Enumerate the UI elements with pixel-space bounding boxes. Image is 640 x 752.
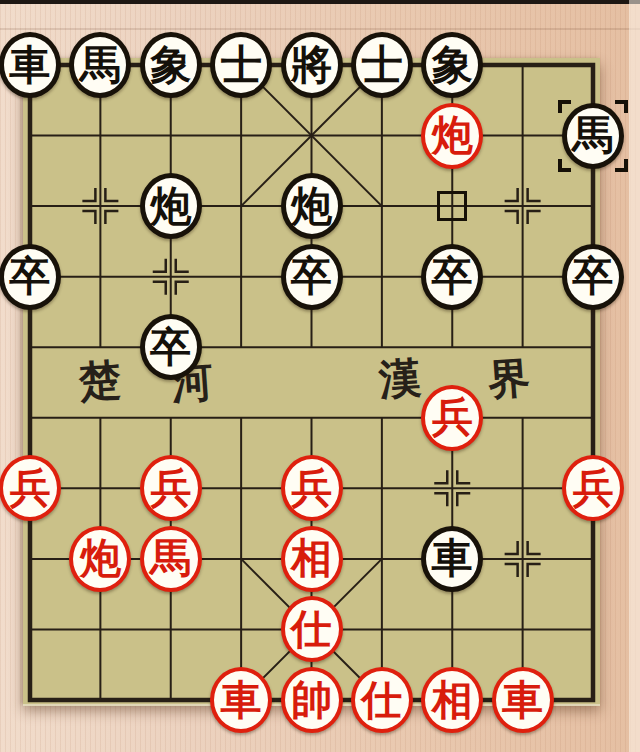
piece-black-cannon[interactable]: 炮 [281, 173, 343, 239]
table-edge-strip [0, 0, 640, 4]
piece-glyph: 仕 [361, 680, 402, 721]
piece-glyph: 仕 [291, 609, 332, 650]
piece-black-cannon[interactable]: 炮 [140, 173, 202, 239]
piece-glyph: 帥 [291, 680, 332, 721]
piece-black-chariot[interactable]: 車 [0, 32, 61, 98]
piece-glyph: 炮 [80, 538, 121, 579]
wood-seam-line [0, 28, 640, 30]
piece-glyph: 兵 [150, 468, 191, 509]
piece-black-elephant[interactable]: 象 [140, 32, 202, 98]
bracket-corner [615, 100, 628, 113]
piece-glyph: 象 [150, 45, 191, 86]
piece-glyph: 相 [291, 538, 332, 579]
bracket-corner [615, 159, 628, 172]
point-marker [457, 470, 470, 483]
piece-glyph: 車 [502, 680, 543, 721]
point-marker [434, 470, 447, 483]
piece-black-elephant[interactable]: 象 [421, 32, 483, 98]
piece-black-advisor[interactable]: 士 [351, 32, 413, 98]
piece-glyph: 卒 [10, 256, 51, 297]
piece-glyph: 兵 [10, 468, 51, 509]
piece-black-advisor[interactable]: 士 [210, 32, 272, 98]
piece-glyph: 車 [10, 45, 51, 86]
piece-glyph: 士 [221, 45, 262, 86]
piece-red-chariot[interactable]: 車 [492, 667, 554, 733]
piece-glyph: 車 [221, 680, 262, 721]
river-label: 界 [486, 357, 531, 402]
piece-glyph: 兵 [432, 397, 473, 438]
piece-red-advisor[interactable]: 仕 [281, 596, 343, 662]
piece-black-soldier[interactable]: 卒 [421, 244, 483, 310]
point-marker [505, 211, 518, 224]
piece-glyph: 象 [432, 45, 473, 86]
last-move-to-marker [558, 100, 628, 172]
piece-glyph: 卒 [291, 256, 332, 297]
point-marker [528, 188, 541, 201]
piece-black-general[interactable]: 將 [281, 32, 343, 98]
piece-red-soldier[interactable]: 兵 [140, 455, 202, 521]
point-marker [505, 564, 518, 577]
piece-red-elephant[interactable]: 相 [281, 526, 343, 592]
piece-red-soldier[interactable]: 兵 [281, 455, 343, 521]
piece-red-horse[interactable]: 馬 [140, 526, 202, 592]
piece-black-soldier[interactable]: 卒 [281, 244, 343, 310]
piece-glyph: 車 [432, 538, 473, 579]
piece-glyph: 馬 [80, 45, 121, 86]
piece-red-general[interactable]: 帥 [281, 667, 343, 733]
piece-glyph: 相 [432, 680, 473, 721]
piece-black-soldier[interactable]: 卒 [562, 244, 624, 310]
point-marker [457, 493, 470, 506]
piece-glyph: 卒 [150, 327, 191, 368]
river-label: 楚 [78, 359, 123, 404]
piece-black-chariot[interactable]: 車 [421, 526, 483, 592]
last-move-from-marker [437, 191, 467, 221]
piece-red-cannon[interactable]: 炮 [421, 103, 483, 169]
piece-glyph: 將 [291, 45, 332, 86]
point-marker [176, 282, 189, 295]
piece-red-soldier[interactable]: 兵 [562, 455, 624, 521]
point-marker [434, 493, 447, 506]
piece-glyph: 士 [361, 45, 402, 86]
piece-red-elephant[interactable]: 相 [421, 667, 483, 733]
piece-black-soldier[interactable]: 卒 [140, 314, 202, 380]
point-marker [505, 188, 518, 201]
xiangqi-app: { "game": "xiangqi", "position": { "fen"… [0, 0, 640, 752]
piece-glyph: 兵 [291, 468, 332, 509]
piece-glyph: 兵 [573, 468, 614, 509]
point-marker [528, 211, 541, 224]
point-marker [153, 282, 166, 295]
piece-red-advisor[interactable]: 仕 [351, 667, 413, 733]
piece-glyph: 炮 [150, 186, 191, 227]
piece-red-chariot[interactable]: 車 [210, 667, 272, 733]
point-marker [505, 541, 518, 554]
wood-highlight-strip [629, 0, 640, 752]
bracket-corner [558, 100, 571, 113]
piece-black-soldier[interactable]: 卒 [0, 244, 61, 310]
piece-red-soldier[interactable]: 兵 [421, 385, 483, 451]
point-marker [176, 259, 189, 272]
point-marker [105, 211, 118, 224]
bracket-corner [558, 159, 571, 172]
point-marker [528, 564, 541, 577]
piece-black-horse[interactable]: 馬 [69, 32, 131, 98]
point-marker [82, 188, 95, 201]
piece-glyph: 卒 [573, 256, 614, 297]
piece-glyph: 炮 [291, 186, 332, 227]
piece-glyph: 馬 [150, 538, 191, 579]
point-marker [82, 211, 95, 224]
piece-glyph: 炮 [432, 115, 473, 156]
river-label: 漢 [378, 357, 423, 402]
piece-glyph: 卒 [432, 256, 473, 297]
point-marker [528, 541, 541, 554]
piece-red-cannon[interactable]: 炮 [69, 526, 131, 592]
point-marker [105, 188, 118, 201]
point-marker [153, 259, 166, 272]
